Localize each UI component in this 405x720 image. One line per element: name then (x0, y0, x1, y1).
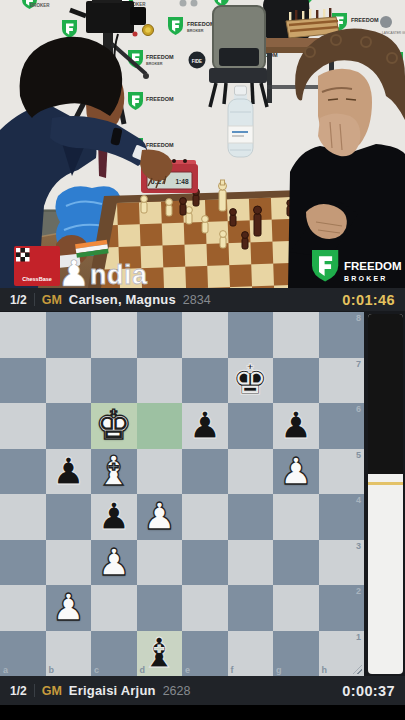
square-b1[interactable]: b (46, 631, 92, 677)
file-label-b: b (49, 665, 55, 675)
player-title-top: GM (42, 293, 62, 307)
square-e6[interactable]: ♟ (182, 403, 228, 449)
player-rating-top: 2834 (183, 293, 211, 307)
square-f5[interactable] (228, 449, 274, 495)
square-e5[interactable] (182, 449, 228, 495)
freedom-logo-text: FREEDOM (344, 260, 402, 272)
square-a8[interactable] (0, 312, 46, 358)
backdrop-freedom-text: FREEDOM (146, 96, 174, 102)
player-title-bottom: GM (42, 684, 62, 698)
square-g7[interactable] (273, 358, 319, 404)
square-g2[interactable] (273, 585, 319, 631)
piece-white-pawn[interactable]: ♟ (143, 498, 176, 535)
player-rating-bottom: 2628 (163, 684, 191, 698)
resize-handle-icon[interactable] (353, 665, 362, 674)
backdrop-freedom-text: FREEDOM (146, 142, 174, 148)
square-b8[interactable] (46, 312, 92, 358)
rank-label-6: 6 (356, 404, 361, 414)
rank-label-3: 3 (356, 541, 361, 551)
square-h8[interactable]: 8 (319, 312, 365, 358)
square-c5[interactable]: ♝ (91, 449, 137, 495)
india-piece-icon: ♟ (58, 253, 90, 288)
divider (34, 293, 35, 306)
piece-white-pawn[interactable]: ♟ (52, 589, 85, 626)
square-f7[interactable]: ♚ (228, 358, 274, 404)
rank-label-8: 8 (356, 313, 361, 323)
clock-lcd-right: 1:48 (175, 178, 188, 185)
square-a3[interactable] (0, 540, 46, 586)
file-label-d: d (140, 665, 146, 675)
broadcast-video[interactable]: BROKER BROKER FREEDOM BROKER FREEDOM FRE… (0, 0, 405, 288)
backdrop-lancaster-text: LANCASTER GROUP (382, 31, 405, 35)
square-e1[interactable]: e (182, 631, 228, 677)
player-info-top: 1/2 GM Carlsen, Magnus 2834 0:01:46 (0, 288, 405, 311)
square-h2[interactable]: 2 (319, 585, 365, 631)
square-c8[interactable] (91, 312, 137, 358)
player-clock-bottom: 0:00:37 (342, 683, 395, 699)
piece-black-bishop[interactable]: ♝ (141, 633, 178, 674)
square-f6[interactable] (228, 403, 274, 449)
piece-white-bishop[interactable]: ♝ (95, 451, 132, 492)
broadcast-photo-illustration: BROKER BROKER FREEDOM BROKER FREEDOM FRE… (0, 0, 405, 288)
piece-black-pawn[interactable]: ♟ (97, 498, 130, 535)
square-f3[interactable] (228, 540, 274, 586)
match-score-bottom: 1/2 (10, 684, 27, 698)
rank-label-1: 1 (356, 632, 361, 642)
player-clock-top: 0:01:46 (342, 292, 395, 308)
india-logo-text: ndia (90, 260, 148, 288)
file-label-a: a (3, 665, 8, 675)
match-score-top: 1/2 (10, 293, 27, 307)
square-c6[interactable]: ♚ (91, 403, 137, 449)
piece-black-pawn[interactable]: ♟ (52, 453, 85, 490)
square-f2[interactable] (228, 585, 274, 631)
square-b7[interactable] (46, 358, 92, 404)
file-label-f: f (231, 665, 234, 675)
square-d5[interactable] (137, 449, 183, 495)
eval-bar (368, 314, 403, 674)
backdrop-broker-text: BROKER (30, 3, 50, 8)
stream-frame: BROKER BROKER FREEDOM BROKER FREEDOM FRE… (0, 0, 405, 720)
square-d1[interactable]: d♝ (137, 631, 183, 677)
square-f8[interactable] (228, 312, 274, 358)
chessbase-checker (16, 248, 30, 262)
board-area: 8♚7♚♟♟6♟♝♟5♟♟4♟3♟2abcd♝efg1h (0, 311, 405, 676)
file-label-c: c (94, 665, 99, 675)
board: 8♚7♚♟♟6♟♝♟5♟♟4♟3♟2abcd♝efg1h (0, 312, 364, 676)
rank-label-2: 2 (356, 586, 361, 596)
square-e8[interactable] (182, 312, 228, 358)
square-c2[interactable] (91, 585, 137, 631)
divider (34, 684, 35, 697)
square-a2[interactable] (0, 585, 46, 631)
square-a5[interactable] (0, 449, 46, 495)
square-d8[interactable] (137, 312, 183, 358)
square-e2[interactable] (182, 585, 228, 631)
square-h1[interactable]: 1h (319, 631, 365, 677)
square-c7[interactable] (91, 358, 137, 404)
square-e7[interactable] (182, 358, 228, 404)
rank-label-7: 7 (356, 359, 361, 369)
square-a1[interactable]: a (0, 631, 46, 677)
square-b2[interactable]: ♟ (46, 585, 92, 631)
backdrop-freedom-text: FREEDOM (146, 54, 174, 60)
fide-logo-text: FIDE (192, 59, 202, 64)
square-g1[interactable]: g (273, 631, 319, 677)
square-f4[interactable] (228, 494, 274, 540)
square-a7[interactable] (0, 358, 46, 404)
square-d4[interactable]: ♟ (137, 494, 183, 540)
square-c4[interactable]: ♟ (91, 494, 137, 540)
piece-black-pawn[interactable]: ♟ (188, 407, 221, 444)
backdrop-freedom-text: FREEDOM (351, 17, 379, 23)
file-label-h: h (322, 665, 328, 675)
eval-bar-black (368, 314, 403, 474)
letterbox-strip (0, 705, 405, 720)
square-h3[interactable]: 3 (319, 540, 365, 586)
square-b6[interactable] (46, 403, 92, 449)
piece-black-pawn[interactable]: ♟ (279, 407, 312, 444)
player-info-bottom: 1/2 GM Erigaisi Arjun 2628 0:00:37 (0, 676, 405, 705)
square-d7[interactable] (137, 358, 183, 404)
player-name-top[interactable]: Carlsen, Magnus (69, 292, 176, 307)
square-h6[interactable]: 6 (319, 403, 365, 449)
piece-black-king[interactable]: ♚ (232, 360, 269, 401)
player-name-bottom[interactable]: Erigaisi Arjun (69, 683, 156, 698)
rank-label-4: 4 (356, 495, 361, 505)
square-g8[interactable] (273, 312, 319, 358)
square-a4[interactable] (0, 494, 46, 540)
backdrop-broker-text: BROKER (187, 29, 204, 33)
square-g6[interactable]: ♟ (273, 403, 319, 449)
broker-logo-text: BROKER (344, 275, 388, 282)
square-d6[interactable] (137, 403, 183, 449)
square-h5[interactable]: 5 (319, 449, 365, 495)
piece-white-king[interactable]: ♚ (95, 405, 132, 446)
square-b4[interactable] (46, 494, 92, 540)
backdrop-broker-text: BROKER (146, 62, 163, 66)
square-c1[interactable]: c (91, 631, 137, 677)
piece-white-pawn[interactable]: ♟ (97, 544, 130, 581)
eval-gutter (364, 312, 405, 676)
square-g3[interactable] (273, 540, 319, 586)
square-h4[interactable]: 4 (319, 494, 365, 540)
chessbase-logo-text: ChessBase (22, 276, 52, 282)
piece-white-pawn[interactable]: ♟ (279, 453, 312, 490)
eval-bar-marker (368, 482, 403, 485)
file-label-e: e (185, 665, 190, 675)
square-a6[interactable] (0, 403, 46, 449)
square-c3[interactable]: ♟ (91, 540, 137, 586)
square-d3[interactable] (137, 540, 183, 586)
square-h7[interactable]: 7 (319, 358, 365, 404)
square-f1[interactable]: f (228, 631, 274, 677)
square-e3[interactable] (182, 540, 228, 586)
rank-label-5: 5 (356, 450, 361, 460)
square-g5[interactable]: ♟ (273, 449, 319, 495)
square-b3[interactable] (46, 540, 92, 586)
square-g4[interactable] (273, 494, 319, 540)
square-d2[interactable] (137, 585, 183, 631)
file-label-g: g (276, 665, 282, 675)
square-e4[interactable] (182, 494, 228, 540)
backdrop-freedom-text: FREEDOM (187, 21, 215, 27)
square-b5[interactable]: ♟ (46, 449, 92, 495)
